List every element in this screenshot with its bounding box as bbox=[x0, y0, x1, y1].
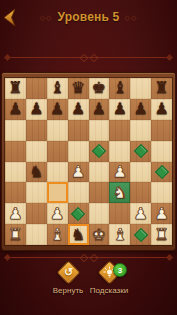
white-rook-a1[interactable]: ♜ bbox=[8, 227, 22, 243]
move-hint-diamond-g1[interactable] bbox=[134, 227, 148, 241]
divider-ornament bbox=[77, 54, 101, 62]
square-h5[interactable] bbox=[151, 141, 172, 162]
square-b4[interactable]: ♞ bbox=[26, 162, 47, 183]
square-c6[interactable] bbox=[47, 120, 68, 141]
square-e3[interactable] bbox=[89, 182, 110, 203]
square-d7[interactable]: ♟ bbox=[68, 99, 89, 120]
square-h1[interactable]: ♜ bbox=[151, 224, 172, 245]
square-b3[interactable] bbox=[26, 182, 47, 203]
square-e1[interactable]: ♚ bbox=[89, 224, 110, 245]
black-king-e8[interactable]: ♚ bbox=[92, 80, 106, 96]
app-screen: ◇◇ Уровень 5 ◇◇ ♜♝♛♚♝♜♟♟♟♟♟♟♟♟♞♟♟♞♟♟♟♟♜♝… bbox=[0, 0, 177, 315]
move-hint-diamond-g5[interactable] bbox=[134, 144, 148, 158]
white-pawn-d4[interactable]: ♟ bbox=[71, 164, 85, 180]
white-pawn-f4[interactable]: ♟ bbox=[113, 164, 127, 180]
square-e2[interactable] bbox=[89, 203, 110, 224]
square-c3[interactable] bbox=[47, 182, 68, 203]
square-e6[interactable] bbox=[89, 120, 110, 141]
square-g3[interactable] bbox=[130, 182, 151, 203]
square-f6[interactable] bbox=[109, 120, 130, 141]
white-king-e1[interactable]: ♚ bbox=[92, 227, 106, 243]
title-ornament-left: ◇◇ bbox=[40, 14, 53, 21]
square-f7[interactable]: ♟ bbox=[109, 99, 130, 120]
square-b8[interactable] bbox=[26, 78, 47, 99]
square-d6[interactable] bbox=[68, 120, 89, 141]
square-b7[interactable]: ♟ bbox=[26, 99, 47, 120]
page-title: Уровень 5 bbox=[58, 10, 120, 24]
chess-board-frame: ♜♝♛♚♝♜♟♟♟♟♟♟♟♟♞♟♟♞♟♟♟♟♜♝♞♚♝♜ bbox=[2, 73, 175, 250]
header: ◇◇ Уровень 5 ◇◇ bbox=[0, 0, 177, 36]
square-c1[interactable]: ♝ bbox=[47, 224, 68, 245]
square-a2[interactable]: ♟ bbox=[5, 203, 26, 224]
white-pawn-a2[interactable]: ♟ bbox=[8, 206, 22, 222]
square-c8[interactable]: ♝ bbox=[47, 78, 68, 99]
square-a3[interactable] bbox=[5, 182, 26, 203]
move-hint-diamond-e5[interactable] bbox=[92, 144, 106, 158]
square-g1[interactable] bbox=[130, 224, 151, 245]
black-knight-d1[interactable]: ♞ bbox=[71, 227, 85, 243]
black-queen-d8[interactable]: ♛ bbox=[71, 80, 85, 96]
square-g2[interactable]: ♟ bbox=[130, 203, 151, 224]
hints-button-label: Подсказки bbox=[90, 286, 128, 295]
white-rook-h1[interactable]: ♜ bbox=[154, 227, 168, 243]
square-a8[interactable]: ♜ bbox=[5, 78, 26, 99]
square-c5[interactable] bbox=[47, 141, 68, 162]
square-h4[interactable] bbox=[151, 162, 172, 183]
square-d2[interactable] bbox=[68, 203, 89, 224]
square-g8[interactable] bbox=[130, 78, 151, 99]
square-h3[interactable] bbox=[151, 182, 172, 203]
square-e4[interactable] bbox=[89, 162, 110, 183]
square-d5[interactable] bbox=[68, 141, 89, 162]
black-rook-h8[interactable]: ♜ bbox=[154, 80, 168, 96]
square-c7[interactable]: ♟ bbox=[47, 99, 68, 120]
square-h7[interactable]: ♟ bbox=[151, 99, 172, 120]
square-a5[interactable] bbox=[5, 141, 26, 162]
square-a6[interactable] bbox=[5, 120, 26, 141]
square-g6[interactable] bbox=[130, 120, 151, 141]
square-a7[interactable]: ♟ bbox=[5, 99, 26, 120]
square-h2[interactable]: ♟ bbox=[151, 203, 172, 224]
black-pawn-a7[interactable]: ♟ bbox=[8, 101, 22, 117]
square-h8[interactable]: ♜ bbox=[151, 78, 172, 99]
square-c2[interactable]: ♟ bbox=[47, 203, 68, 224]
square-b1[interactable] bbox=[26, 224, 47, 245]
black-rook-a8[interactable]: ♜ bbox=[8, 80, 22, 96]
square-b2[interactable] bbox=[26, 203, 47, 224]
black-pawn-g7[interactable]: ♟ bbox=[134, 101, 148, 117]
square-a4[interactable] bbox=[5, 162, 26, 183]
top-divider bbox=[3, 57, 174, 58]
square-b6[interactable] bbox=[26, 120, 47, 141]
square-e8[interactable]: ♚ bbox=[89, 78, 110, 99]
square-c4[interactable] bbox=[47, 162, 68, 183]
square-b5[interactable] bbox=[26, 141, 47, 162]
move-hint-diamond-d2[interactable] bbox=[71, 207, 85, 221]
square-f2[interactable] bbox=[109, 203, 130, 224]
square-f1[interactable]: ♝ bbox=[109, 224, 130, 245]
undo-button[interactable]: ↺ Вернуть bbox=[49, 258, 87, 295]
black-pawn-c7[interactable]: ♟ bbox=[50, 101, 64, 117]
move-hint-diamond-h4[interactable] bbox=[154, 165, 168, 179]
square-d1[interactable]: ♞ bbox=[68, 224, 89, 245]
square-d8[interactable]: ♛ bbox=[68, 78, 89, 99]
square-g7[interactable]: ♟ bbox=[130, 99, 151, 120]
black-pawn-h7[interactable]: ♟ bbox=[154, 101, 168, 117]
bottom-toolbar: ↺ Вернуть bbox=[0, 258, 177, 295]
black-pawn-b7[interactable]: ♟ bbox=[29, 101, 43, 117]
undo-arrow-icon: ↺ bbox=[63, 266, 72, 279]
black-pawn-d7[interactable]: ♟ bbox=[71, 101, 85, 117]
white-pawn-g2[interactable]: ♟ bbox=[134, 206, 148, 222]
square-g5[interactable] bbox=[130, 141, 151, 162]
title-ornament-right: ◇◇ bbox=[125, 14, 138, 21]
black-bishop-f8[interactable]: ♝ bbox=[113, 80, 127, 96]
black-pawn-e7[interactable]: ♟ bbox=[92, 101, 106, 117]
square-f3[interactable]: ♞ bbox=[109, 182, 130, 203]
black-pawn-f7[interactable]: ♟ bbox=[113, 101, 127, 117]
hints-count-badge: 3 bbox=[113, 263, 127, 277]
black-bishop-c8[interactable]: ♝ bbox=[50, 80, 64, 96]
white-knight-f3[interactable]: ♞ bbox=[113, 185, 127, 201]
square-g4[interactable] bbox=[130, 162, 151, 183]
square-f5[interactable] bbox=[109, 141, 130, 162]
black-knight-b4[interactable]: ♞ bbox=[29, 164, 43, 180]
white-bishop-f1[interactable]: ♝ bbox=[113, 227, 127, 243]
square-f4[interactable]: ♟ bbox=[109, 162, 130, 183]
square-e7[interactable]: ♟ bbox=[89, 99, 110, 120]
square-f8[interactable]: ♝ bbox=[109, 78, 130, 99]
chess-board[interactable]: ♜♝♛♚♝♜♟♟♟♟♟♟♟♟♞♟♟♞♟♟♟♟♜♝♞♚♝♜ bbox=[5, 78, 172, 245]
white-bishop-c1[interactable]: ♝ bbox=[50, 227, 64, 243]
square-a1[interactable]: ♜ bbox=[5, 224, 26, 245]
square-h6[interactable] bbox=[151, 120, 172, 141]
square-d4[interactable]: ♟ bbox=[68, 162, 89, 183]
white-pawn-c2[interactable]: ♟ bbox=[50, 206, 64, 222]
square-d3[interactable] bbox=[68, 182, 89, 203]
white-pawn-h2[interactable]: ♟ bbox=[154, 206, 168, 222]
square-e5[interactable] bbox=[89, 141, 110, 162]
undo-button-label: Вернуть bbox=[53, 286, 83, 295]
hints-button[interactable]: 3 Подсказки bbox=[90, 258, 128, 295]
